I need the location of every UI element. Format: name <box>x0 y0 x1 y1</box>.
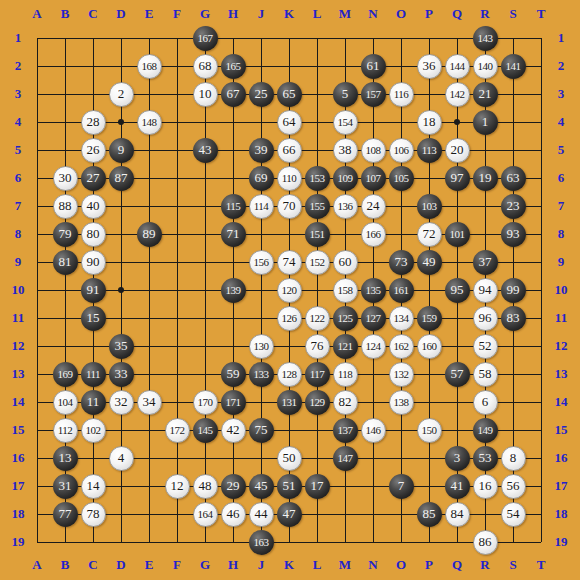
stone-white-f17[interactable]: 12 <box>165 474 190 499</box>
move-number: 19 <box>479 170 492 186</box>
move-number: 36 <box>423 58 436 74</box>
stone-white-b15[interactable]: 112 <box>53 418 78 443</box>
move-number: 53 <box>479 450 492 466</box>
stone-black-d12[interactable]: 35 <box>109 334 134 359</box>
stone-black-r9[interactable]: 37 <box>473 250 498 275</box>
stone-black-l6[interactable]: 153 <box>305 166 330 191</box>
stone-white-k5[interactable]: 66 <box>277 138 302 163</box>
move-number: 101 <box>450 228 465 240</box>
move-number: 11 <box>87 394 100 410</box>
go-board[interactable]: 1234567891011121314151617181920212324252… <box>23 24 555 556</box>
stone-black-k14[interactable]: 131 <box>277 390 302 415</box>
stone-black-c10[interactable]: 91 <box>81 278 106 303</box>
move-number: 6 <box>482 394 489 410</box>
move-number: 125 <box>338 312 353 324</box>
move-number: 46 <box>227 506 240 522</box>
stone-white-m13[interactable]: 118 <box>333 362 358 387</box>
move-number: 93 <box>507 226 520 242</box>
stone-white-p2[interactable]: 36 <box>417 54 442 79</box>
stone-black-s6[interactable]: 63 <box>501 166 526 191</box>
move-number: 61 <box>367 58 380 74</box>
stone-black-j13[interactable]: 133 <box>249 362 274 387</box>
stone-black-h10[interactable]: 139 <box>221 278 246 303</box>
move-number: 102 <box>86 424 101 436</box>
move-number: 122 <box>310 312 325 324</box>
stone-black-h3[interactable]: 67 <box>221 82 246 107</box>
stone-white-q3[interactable]: 142 <box>445 82 470 107</box>
stone-white-d3[interactable]: 2 <box>109 82 134 107</box>
stone-white-h18[interactable]: 46 <box>221 502 246 527</box>
stone-white-e14[interactable]: 34 <box>137 390 162 415</box>
move-number: 5 <box>342 86 349 102</box>
stone-black-c11[interactable]: 15 <box>81 306 106 331</box>
stone-black-p11[interactable]: 159 <box>417 306 442 331</box>
move-number: 3 <box>454 450 461 466</box>
move-number: 67 <box>227 86 240 102</box>
move-number: 135 <box>366 284 381 296</box>
stone-black-s2[interactable]: 141 <box>501 54 526 79</box>
move-number: 35 <box>115 338 128 354</box>
stone-black-g5[interactable]: 43 <box>193 138 218 163</box>
stone-black-e8[interactable]: 89 <box>137 222 162 247</box>
stone-white-l11[interactable]: 122 <box>305 306 330 331</box>
stone-white-o5[interactable]: 106 <box>389 138 414 163</box>
move-number: 43 <box>199 142 212 158</box>
move-number: 97 <box>451 170 464 186</box>
move-number: 126 <box>282 312 297 324</box>
move-number: 127 <box>366 312 381 324</box>
stone-white-k13[interactable]: 128 <box>277 362 302 387</box>
stone-white-e4[interactable]: 148 <box>137 110 162 135</box>
move-number: 87 <box>115 170 128 186</box>
move-number: 150 <box>422 424 437 436</box>
move-number: 121 <box>338 340 353 352</box>
stone-white-o12[interactable]: 162 <box>389 334 414 359</box>
stone-white-k6[interactable]: 110 <box>277 166 302 191</box>
move-number: 103 <box>422 200 437 212</box>
stone-white-s18[interactable]: 54 <box>501 502 526 527</box>
move-number: 85 <box>423 506 436 522</box>
stone-white-l12[interactable]: 76 <box>305 334 330 359</box>
stone-black-h14[interactable]: 171 <box>221 390 246 415</box>
move-number: 65 <box>283 86 296 102</box>
stone-black-l13[interactable]: 117 <box>305 362 330 387</box>
move-number: 153 <box>310 172 325 184</box>
stone-black-d5[interactable]: 9 <box>109 138 134 163</box>
stone-black-b18[interactable]: 77 <box>53 502 78 527</box>
stone-white-r14[interactable]: 6 <box>473 390 498 415</box>
move-number: 152 <box>310 256 325 268</box>
stone-black-l7[interactable]: 155 <box>305 194 330 219</box>
stone-white-b14[interactable]: 104 <box>53 390 78 415</box>
stone-white-q2[interactable]: 144 <box>445 54 470 79</box>
stone-black-b16[interactable]: 13 <box>53 446 78 471</box>
stone-black-b13[interactable]: 169 <box>53 362 78 387</box>
move-number: 60 <box>339 254 352 270</box>
move-number: 115 <box>226 200 241 212</box>
move-number: 158 <box>338 284 353 296</box>
move-number: 147 <box>338 452 353 464</box>
stone-white-c8[interactable]: 80 <box>81 222 106 247</box>
move-number: 82 <box>339 394 352 410</box>
move-number: 118 <box>338 368 353 380</box>
stone-black-r1[interactable]: 143 <box>473 26 498 51</box>
stone-black-n2[interactable]: 61 <box>361 54 386 79</box>
move-number: 161 <box>394 284 409 296</box>
move-number: 111 <box>86 368 100 380</box>
stone-black-d6[interactable]: 87 <box>109 166 134 191</box>
move-number: 44 <box>255 506 268 522</box>
move-number: 1 <box>482 114 489 130</box>
move-number: 4 <box>118 450 125 466</box>
stone-white-k16[interactable]: 50 <box>277 446 302 471</box>
move-number: 37 <box>479 254 492 270</box>
stone-black-b8[interactable]: 79 <box>53 222 78 247</box>
stone-white-r2[interactable]: 140 <box>473 54 498 79</box>
stone-black-s8[interactable]: 93 <box>501 222 526 247</box>
stone-white-o11[interactable]: 134 <box>389 306 414 331</box>
move-number: 20 <box>451 142 464 158</box>
move-number: 160 <box>422 340 437 352</box>
stone-white-c17[interactable]: 14 <box>81 474 106 499</box>
stone-black-s11[interactable]: 83 <box>501 306 526 331</box>
stone-black-r15[interactable]: 149 <box>473 418 498 443</box>
move-number: 80 <box>87 226 100 242</box>
move-number: 140 <box>478 60 493 72</box>
move-number: 17 <box>311 478 324 494</box>
move-number: 33 <box>115 366 128 382</box>
stone-white-c7[interactable]: 40 <box>81 194 106 219</box>
move-number: 91 <box>87 282 100 298</box>
move-number: 142 <box>450 88 465 100</box>
move-number: 162 <box>394 340 409 352</box>
stone-black-c6[interactable]: 27 <box>81 166 106 191</box>
move-number: 40 <box>87 198 100 214</box>
move-number: 84 <box>451 506 464 522</box>
stone-black-r3[interactable]: 21 <box>473 82 498 107</box>
move-number: 8 <box>510 450 517 466</box>
stone-black-h7[interactable]: 115 <box>221 194 246 219</box>
move-number: 58 <box>479 366 492 382</box>
stone-black-d13[interactable]: 33 <box>109 362 134 387</box>
move-number: 34 <box>143 394 156 410</box>
stone-black-l8[interactable]: 151 <box>305 222 330 247</box>
stone-black-n10[interactable]: 135 <box>361 278 386 303</box>
stone-black-g15[interactable]: 145 <box>193 418 218 443</box>
move-number: 133 <box>254 368 269 380</box>
stone-white-k4[interactable]: 64 <box>277 110 302 135</box>
move-number: 77 <box>59 506 72 522</box>
stone-black-q16[interactable]: 3 <box>445 446 470 471</box>
stone-white-l9[interactable]: 152 <box>305 250 330 275</box>
move-number: 146 <box>366 424 381 436</box>
move-number: 45 <box>255 478 268 494</box>
move-number: 171 <box>226 396 241 408</box>
stone-black-h13[interactable]: 59 <box>221 362 246 387</box>
stone-white-d14[interactable]: 32 <box>109 390 134 415</box>
stone-black-j3[interactable]: 25 <box>249 82 274 107</box>
stone-black-b9[interactable]: 81 <box>53 250 78 275</box>
move-number: 114 <box>254 200 269 212</box>
stone-white-m7[interactable]: 136 <box>333 194 358 219</box>
stone-white-k10[interactable]: 120 <box>277 278 302 303</box>
stone-white-m10[interactable]: 158 <box>333 278 358 303</box>
stone-black-m11[interactable]: 125 <box>333 306 358 331</box>
move-number: 117 <box>310 368 325 380</box>
move-number: 63 <box>507 170 520 186</box>
stone-black-n11[interactable]: 127 <box>361 306 386 331</box>
move-number: 51 <box>283 478 296 494</box>
move-number: 149 <box>478 424 493 436</box>
stone-white-q18[interactable]: 84 <box>445 502 470 527</box>
stone-white-k11[interactable]: 126 <box>277 306 302 331</box>
stone-white-c9[interactable]: 90 <box>81 250 106 275</box>
move-number: 7 <box>398 478 405 494</box>
stone-black-p5[interactable]: 113 <box>417 138 442 163</box>
stone-black-q17[interactable]: 41 <box>445 474 470 499</box>
move-number: 107 <box>366 172 381 184</box>
stone-black-g1[interactable]: 167 <box>193 26 218 51</box>
stone-black-r4[interactable]: 1 <box>473 110 498 135</box>
move-number: 167 <box>198 32 213 44</box>
move-number: 163 <box>254 536 269 548</box>
stone-black-o9[interactable]: 73 <box>389 250 414 275</box>
stone-black-j17[interactable]: 45 <box>249 474 274 499</box>
move-number: 129 <box>310 396 325 408</box>
stone-black-n3[interactable]: 157 <box>361 82 386 107</box>
stone-white-h15[interactable]: 42 <box>221 418 246 443</box>
move-number: 155 <box>310 200 325 212</box>
stone-black-q13[interactable]: 57 <box>445 362 470 387</box>
move-number: 154 <box>338 116 353 128</box>
move-number: 128 <box>282 368 297 380</box>
move-number: 81 <box>59 254 72 270</box>
move-number: 52 <box>479 338 492 354</box>
move-number: 41 <box>451 478 464 494</box>
stone-white-j9[interactable]: 156 <box>249 250 274 275</box>
stone-black-o10[interactable]: 161 <box>389 278 414 303</box>
move-number: 54 <box>507 506 520 522</box>
stone-white-e2[interactable]: 168 <box>137 54 162 79</box>
move-number: 132 <box>394 368 409 380</box>
go-kifu-diagram: ABCDEFGHJKLMNOPQRST ABCDEFGHJKLMNOPQRST … <box>0 0 580 580</box>
move-number: 9 <box>118 142 125 158</box>
stone-black-r6[interactable]: 19 <box>473 166 498 191</box>
move-number: 144 <box>450 60 465 72</box>
move-number: 31 <box>59 478 72 494</box>
stone-black-l17[interactable]: 17 <box>305 474 330 499</box>
stone-black-l14[interactable]: 129 <box>305 390 330 415</box>
stone-white-o13[interactable]: 132 <box>389 362 414 387</box>
move-number: 134 <box>394 312 409 324</box>
stone-black-h17[interactable]: 29 <box>221 474 246 499</box>
stone-white-j18[interactable]: 44 <box>249 502 274 527</box>
stone-white-c5[interactable]: 26 <box>81 138 106 163</box>
stone-white-r10[interactable]: 94 <box>473 278 498 303</box>
stone-white-n15[interactable]: 146 <box>361 418 386 443</box>
stone-white-j7[interactable]: 114 <box>249 194 274 219</box>
move-number: 72 <box>423 226 436 242</box>
stone-white-p8[interactable]: 72 <box>417 222 442 247</box>
move-number: 157 <box>366 88 381 100</box>
stone-white-o14[interactable]: 138 <box>389 390 414 415</box>
stone-white-r12[interactable]: 52 <box>473 334 498 359</box>
stone-white-r19[interactable]: 86 <box>473 530 498 555</box>
move-number: 116 <box>394 88 409 100</box>
move-number: 110 <box>282 172 297 184</box>
move-number: 74 <box>283 254 296 270</box>
move-number: 86 <box>479 534 492 550</box>
move-number: 124 <box>366 340 381 352</box>
stone-white-b7[interactable]: 88 <box>53 194 78 219</box>
stone-white-s16[interactable]: 8 <box>501 446 526 471</box>
move-number: 49 <box>423 254 436 270</box>
stone-black-p7[interactable]: 103 <box>417 194 442 219</box>
move-number: 145 <box>198 424 213 436</box>
stone-black-q6[interactable]: 97 <box>445 166 470 191</box>
stone-black-s10[interactable]: 99 <box>501 278 526 303</box>
move-number: 25 <box>255 86 268 102</box>
stone-white-o3[interactable]: 116 <box>389 82 414 107</box>
move-number: 104 <box>58 396 73 408</box>
move-number: 95 <box>451 282 464 298</box>
move-number: 10 <box>199 86 212 102</box>
stone-black-k17[interactable]: 51 <box>277 474 302 499</box>
stone-black-s7[interactable]: 23 <box>501 194 526 219</box>
move-number: 69 <box>255 170 268 186</box>
move-number: 48 <box>199 478 212 494</box>
stone-white-g3[interactable]: 10 <box>193 82 218 107</box>
move-number: 99 <box>507 282 520 298</box>
stone-white-g2[interactable]: 68 <box>193 54 218 79</box>
move-number: 21 <box>479 86 492 102</box>
stone-white-g18[interactable]: 164 <box>193 502 218 527</box>
move-number: 106 <box>394 144 409 156</box>
stone-white-m5[interactable]: 38 <box>333 138 358 163</box>
stone-black-p18[interactable]: 85 <box>417 502 442 527</box>
stone-white-m4[interactable]: 154 <box>333 110 358 135</box>
stone-white-n8[interactable]: 166 <box>361 222 386 247</box>
move-number: 50 <box>283 450 296 466</box>
stone-black-b17[interactable]: 31 <box>53 474 78 499</box>
stone-black-h8[interactable]: 71 <box>221 222 246 247</box>
move-number: 166 <box>366 228 381 240</box>
stone-black-m3[interactable]: 5 <box>333 82 358 107</box>
move-number: 139 <box>226 284 241 296</box>
stone-white-r11[interactable]: 96 <box>473 306 498 331</box>
stone-black-q8[interactable]: 101 <box>445 222 470 247</box>
move-number: 26 <box>87 142 100 158</box>
stone-black-m15[interactable]: 137 <box>333 418 358 443</box>
move-number: 76 <box>311 338 324 354</box>
move-number: 16 <box>479 478 492 494</box>
move-number: 38 <box>339 142 352 158</box>
stone-black-m16[interactable]: 147 <box>333 446 358 471</box>
move-number: 141 <box>506 60 521 72</box>
stone-white-n5[interactable]: 108 <box>361 138 386 163</box>
stone-black-j15[interactable]: 75 <box>249 418 274 443</box>
move-number: 168 <box>142 60 157 72</box>
stone-white-k9[interactable]: 74 <box>277 250 302 275</box>
move-number: 89 <box>143 226 156 242</box>
stone-black-j19[interactable]: 163 <box>249 530 274 555</box>
stone-black-p9[interactable]: 49 <box>417 250 442 275</box>
stone-black-m12[interactable]: 121 <box>333 334 358 359</box>
stone-white-n7[interactable]: 24 <box>361 194 386 219</box>
stone-black-j6[interactable]: 69 <box>249 166 274 191</box>
stone-white-m14[interactable]: 82 <box>333 390 358 415</box>
stone-white-c15[interactable]: 102 <box>81 418 106 443</box>
stone-white-r13[interactable]: 58 <box>473 362 498 387</box>
stone-black-n6[interactable]: 107 <box>361 166 386 191</box>
stone-white-d16[interactable]: 4 <box>109 446 134 471</box>
move-number: 137 <box>338 424 353 436</box>
move-number: 164 <box>198 508 213 520</box>
move-number: 169 <box>58 368 73 380</box>
move-number: 130 <box>254 340 269 352</box>
move-number: 2 <box>118 86 125 102</box>
stone-white-c18[interactable]: 78 <box>81 502 106 527</box>
move-number: 42 <box>227 422 240 438</box>
stone-white-j12[interactable]: 130 <box>249 334 274 359</box>
stone-black-j5[interactable]: 39 <box>249 138 274 163</box>
move-number: 57 <box>451 366 464 382</box>
move-number: 138 <box>394 396 409 408</box>
stone-white-p4[interactable]: 18 <box>417 110 442 135</box>
stone-white-q5[interactable]: 20 <box>445 138 470 163</box>
move-number: 148 <box>142 116 157 128</box>
stone-black-m6[interactable]: 109 <box>333 166 358 191</box>
stone-white-b6[interactable]: 30 <box>53 166 78 191</box>
move-number: 24 <box>367 198 380 214</box>
stone-white-k7[interactable]: 70 <box>277 194 302 219</box>
move-number: 30 <box>59 170 72 186</box>
stone-black-o6[interactable]: 105 <box>389 166 414 191</box>
stone-black-r16[interactable]: 53 <box>473 446 498 471</box>
stone-white-g14[interactable]: 170 <box>193 390 218 415</box>
move-number: 56 <box>507 478 520 494</box>
stone-white-p12[interactable]: 160 <box>417 334 442 359</box>
move-number: 109 <box>338 172 353 184</box>
move-number: 131 <box>282 396 297 408</box>
stone-black-c13[interactable]: 111 <box>81 362 106 387</box>
stone-black-o17[interactable]: 7 <box>389 474 414 499</box>
stone-black-c14[interactable]: 11 <box>81 390 106 415</box>
stone-white-f15[interactable]: 172 <box>165 418 190 443</box>
move-number: 79 <box>59 226 72 242</box>
move-number: 151 <box>310 228 325 240</box>
stone-white-c4[interactable]: 28 <box>81 110 106 135</box>
stone-black-h2[interactable]: 165 <box>221 54 246 79</box>
move-number: 170 <box>198 396 213 408</box>
stone-white-m9[interactable]: 60 <box>333 250 358 275</box>
stone-white-r17[interactable]: 16 <box>473 474 498 499</box>
move-number: 32 <box>115 394 128 410</box>
stone-white-p15[interactable]: 150 <box>417 418 442 443</box>
move-number: 96 <box>479 310 492 326</box>
move-number: 112 <box>58 424 73 436</box>
stone-black-k18[interactable]: 47 <box>277 502 302 527</box>
stone-black-k3[interactable]: 65 <box>277 82 302 107</box>
move-number: 78 <box>87 506 100 522</box>
stone-white-s17[interactable]: 56 <box>501 474 526 499</box>
move-number: 136 <box>338 200 353 212</box>
stone-white-g17[interactable]: 48 <box>193 474 218 499</box>
move-number: 88 <box>59 198 72 214</box>
stone-black-q10[interactable]: 95 <box>445 278 470 303</box>
move-number: 159 <box>422 312 437 324</box>
stone-white-n12[interactable]: 124 <box>361 334 386 359</box>
